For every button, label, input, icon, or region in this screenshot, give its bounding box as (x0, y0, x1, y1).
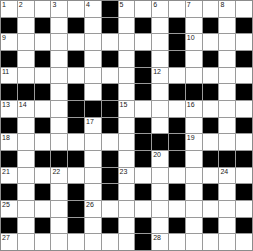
cell-r12c12[interactable] (186, 184, 202, 200)
cell-r14c9 (135, 218, 151, 234)
cell-r10c11 (169, 151, 185, 167)
cell-r1c9[interactable] (135, 1, 151, 17)
cell-r15c11[interactable] (169, 234, 185, 250)
cell-r5c15[interactable] (236, 68, 252, 84)
cell-r7c15[interactable] (236, 101, 252, 117)
cell-r15c1[interactable]: 27 (1, 234, 17, 250)
cell-r6c2 (18, 84, 34, 100)
cell-r8c4[interactable] (51, 118, 67, 134)
cell-r5c12[interactable] (186, 68, 202, 84)
cell-r5c10[interactable]: 12 (152, 68, 168, 84)
cell-r1c13[interactable] (203, 1, 219, 17)
cell-r14c7 (102, 218, 118, 234)
cell-r11c8[interactable]: 23 (119, 168, 135, 184)
cell-r12c14[interactable] (219, 184, 235, 200)
cell-r6c11 (169, 84, 185, 100)
cell-r11c4[interactable]: 22 (51, 168, 67, 184)
cell-r9c9 (135, 134, 151, 150)
cell-r5c2[interactable] (18, 68, 34, 84)
cell-r3c13[interactable] (203, 34, 219, 50)
cell-r15c3[interactable] (35, 234, 51, 250)
cell-r10c6[interactable] (85, 151, 101, 167)
clue-number-2: 2 (19, 1, 23, 9)
cell-r7c3[interactable] (35, 101, 51, 117)
cell-r12c5 (68, 184, 84, 200)
clue-number-8: 8 (220, 1, 224, 9)
cell-r15c7[interactable] (102, 234, 118, 250)
cell-r10c5 (68, 151, 84, 167)
cell-r5c4[interactable] (51, 68, 67, 84)
cell-r8c9 (135, 118, 151, 134)
clue-number-17: 17 (86, 118, 94, 126)
clue-number-23: 23 (120, 168, 128, 176)
cell-r8c1 (1, 118, 17, 134)
clue-number-25: 25 (2, 201, 10, 209)
cell-r7c4[interactable] (51, 101, 67, 117)
cell-r15c14[interactable] (219, 234, 235, 250)
cell-r4c12[interactable] (186, 51, 202, 67)
cell-r6c4[interactable] (51, 84, 67, 100)
cell-r3c12[interactable]: 10 (186, 34, 202, 50)
cell-r10c7 (102, 151, 118, 167)
cell-r11c15[interactable] (236, 168, 252, 184)
cell-r11c11[interactable] (169, 168, 185, 184)
cell-r4c9 (135, 51, 151, 67)
clue-number-3: 3 (52, 1, 56, 9)
cell-r13c13[interactable] (203, 201, 219, 217)
cell-r14c4[interactable] (51, 218, 67, 234)
cell-r1c10[interactable]: 6 (152, 1, 168, 17)
cell-r14c3 (35, 218, 51, 234)
cell-r3c10[interactable] (152, 34, 168, 50)
cell-r9c14[interactable] (219, 134, 235, 150)
clue-number-28: 28 (153, 234, 161, 242)
cell-r8c5 (68, 118, 84, 134)
cell-r3c6[interactable] (85, 34, 101, 50)
cell-r12c10[interactable] (152, 184, 168, 200)
cell-r12c11 (169, 184, 185, 200)
cell-r11c3[interactable] (35, 168, 51, 184)
cell-r12c4[interactable] (51, 184, 67, 200)
cell-r6c1 (1, 84, 17, 100)
cell-r9c4[interactable] (51, 134, 67, 150)
clue-number-4: 4 (86, 1, 90, 9)
cell-r3c4[interactable] (51, 34, 67, 50)
cell-r14c15 (236, 218, 252, 234)
cell-r13c8[interactable] (119, 201, 135, 217)
cell-r8c11 (169, 118, 185, 134)
cell-r6c9 (135, 84, 151, 100)
cell-r9c1[interactable]: 18 (1, 134, 17, 150)
cell-r3c1[interactable]: 9 (1, 34, 17, 50)
cell-r13c12[interactable] (186, 201, 202, 217)
cell-r3c2[interactable] (18, 34, 34, 50)
cell-r12c7 (102, 184, 118, 200)
cell-r13c11[interactable] (169, 201, 185, 217)
cell-r5c3[interactable] (35, 68, 51, 84)
cell-r4c7 (102, 51, 118, 67)
cell-r10c10[interactable]: 20 (152, 151, 168, 167)
clue-number-11: 11 (2, 68, 9, 76)
cell-r7c1[interactable]: 13 (1, 101, 17, 117)
cell-r15c9 (135, 234, 151, 250)
cell-r9c13[interactable] (203, 134, 219, 150)
cell-r2c6[interactable] (85, 18, 101, 34)
cell-r12c3 (35, 184, 51, 200)
cell-r5c8[interactable] (119, 68, 135, 84)
cell-r9c10 (152, 134, 168, 150)
cell-r13c15[interactable] (236, 201, 252, 217)
clue-number-16: 16 (187, 101, 195, 109)
cell-r6c5 (68, 84, 84, 100)
cell-r2c2[interactable] (18, 18, 34, 34)
cell-r12c1 (1, 184, 17, 200)
cell-r5c13[interactable] (203, 68, 219, 84)
cell-r12c6[interactable] (85, 184, 101, 200)
cell-r10c15 (236, 151, 252, 167)
cell-r3c3[interactable] (35, 34, 51, 50)
cell-r8c3 (35, 118, 51, 134)
cell-r7c8[interactable]: 15 (119, 101, 135, 117)
cell-r15c2[interactable] (18, 234, 34, 250)
clue-number-19: 19 (187, 134, 195, 142)
cell-r15c6[interactable] (85, 234, 101, 250)
cell-r13c14[interactable] (219, 201, 235, 217)
cell-r2c9 (135, 18, 151, 34)
cell-r14c8[interactable] (119, 218, 135, 234)
cell-r10c8[interactable] (119, 151, 135, 167)
cell-r10c12[interactable] (186, 151, 202, 167)
cell-r12c2[interactable] (18, 184, 34, 200)
cell-r5c7[interactable] (102, 68, 118, 84)
cell-r5c11[interactable] (169, 68, 185, 84)
cell-r12c15 (236, 184, 252, 200)
cell-r4c3 (35, 51, 51, 67)
cell-r2c10[interactable] (152, 18, 168, 34)
cell-r14c13 (203, 218, 219, 234)
cell-r8c14[interactable] (219, 118, 235, 134)
cell-r5c5[interactable] (68, 68, 84, 84)
cell-r6c6[interactable] (85, 84, 101, 100)
cell-r4c8[interactable] (119, 51, 135, 67)
cell-r2c12[interactable] (186, 18, 202, 34)
cell-r4c11 (169, 51, 185, 67)
cell-r10c14 (219, 151, 235, 167)
cell-r9c15[interactable] (236, 134, 252, 150)
cell-r3c15[interactable] (236, 34, 252, 50)
cell-r2c8[interactable] (119, 18, 135, 34)
cell-r5c1[interactable]: 11 (1, 68, 17, 84)
cell-r5c9 (135, 68, 151, 84)
cell-r14c12[interactable] (186, 218, 202, 234)
cell-r14c2[interactable] (18, 218, 34, 234)
cell-r10c3 (35, 151, 51, 167)
clue-number-21: 21 (2, 168, 10, 176)
cell-r1c5[interactable] (68, 1, 84, 17)
cell-r14c14[interactable] (219, 218, 235, 234)
cell-r2c15 (236, 18, 252, 34)
clue-number-22: 22 (52, 168, 60, 176)
cell-r1c3[interactable] (35, 1, 51, 17)
cell-r7c2[interactable]: 14 (18, 101, 34, 117)
cell-r11c12[interactable] (186, 168, 202, 184)
cell-r1c14[interactable]: 8 (219, 1, 235, 17)
cell-r14c11 (169, 218, 185, 234)
cell-r8c13 (203, 118, 219, 134)
cell-r12c9 (135, 184, 151, 200)
cell-r8c8[interactable] (119, 118, 135, 134)
cell-r1c4[interactable]: 3 (51, 1, 67, 17)
cell-r4c1 (1, 51, 17, 67)
cell-r7c11[interactable] (169, 101, 185, 117)
clue-number-13: 13 (2, 101, 10, 109)
cell-r6c15 (236, 84, 252, 100)
cell-r7c14[interactable] (219, 101, 235, 117)
cell-r7c13[interactable] (203, 101, 219, 117)
cell-r13c2[interactable] (18, 201, 34, 217)
cell-r4c4[interactable] (51, 51, 67, 67)
cell-r11c10[interactable] (152, 168, 168, 184)
cell-r4c2[interactable] (18, 51, 34, 67)
clue-number-20: 20 (153, 151, 161, 159)
clue-number-24: 24 (220, 168, 228, 176)
cell-r2c14[interactable] (219, 18, 235, 34)
cell-r4c13 (203, 51, 219, 67)
cell-r8c2[interactable] (18, 118, 34, 134)
cell-r3c8[interactable] (119, 34, 135, 50)
clue-number-1: 1 (2, 1, 6, 9)
cell-r6c13 (203, 84, 219, 100)
cell-r4c10[interactable] (152, 51, 168, 67)
cell-r13c9[interactable] (135, 201, 151, 217)
clue-number-26: 26 (86, 201, 94, 209)
cell-r8c7 (102, 118, 118, 134)
cell-r15c4[interactable] (51, 234, 67, 250)
cell-r3c14[interactable] (219, 34, 235, 50)
cell-r9c8[interactable] (119, 134, 135, 150)
cell-r1c11[interactable] (169, 1, 185, 17)
cell-r1c8[interactable]: 5 (119, 1, 135, 17)
cell-r7c7 (102, 101, 118, 117)
cell-r11c13[interactable] (203, 168, 219, 184)
cell-r6c14[interactable] (219, 84, 235, 100)
cell-r2c1 (1, 18, 17, 34)
cell-r11c1[interactable]: 21 (1, 168, 17, 184)
cell-r6c3 (35, 84, 51, 100)
cell-r11c2[interactable] (18, 168, 34, 184)
cell-r13c3[interactable] (35, 201, 51, 217)
cell-r14c10[interactable] (152, 218, 168, 234)
cell-r1c1[interactable]: 1 (1, 1, 17, 17)
clue-number-6: 6 (153, 1, 157, 9)
cell-r8c6[interactable]: 17 (85, 118, 101, 134)
cell-r3c11 (169, 34, 185, 50)
cell-r4c15 (236, 51, 252, 67)
cell-r15c10[interactable]: 28 (152, 234, 168, 250)
cell-r7c5 (68, 101, 84, 117)
cell-r11c6[interactable] (85, 168, 101, 184)
cell-r10c2[interactable] (18, 151, 34, 167)
cell-r15c13[interactable] (203, 234, 219, 250)
cell-r9c11 (169, 134, 185, 150)
clue-number-18: 18 (2, 134, 10, 142)
cell-r1c12[interactable]: 7 (186, 1, 202, 17)
cell-r4c5 (68, 51, 84, 67)
cell-r10c1 (1, 151, 17, 167)
cell-r11c14[interactable]: 24 (219, 168, 235, 184)
cell-r9c5[interactable] (68, 134, 84, 150)
cell-r13c4[interactable] (51, 201, 67, 217)
clue-number-12: 12 (153, 68, 161, 76)
cell-r13c7[interactable] (102, 201, 118, 217)
cell-r3c5[interactable] (68, 34, 84, 50)
cell-r1c2[interactable]: 2 (18, 1, 34, 17)
cell-r9c3[interactable] (35, 134, 51, 150)
cell-r6c8[interactable] (119, 84, 135, 100)
cell-r2c13 (203, 18, 219, 34)
cell-r9c2[interactable] (18, 134, 34, 150)
cell-r12c8[interactable] (119, 184, 135, 200)
cell-r9c7[interactable] (102, 134, 118, 150)
cell-r15c15[interactable] (236, 234, 252, 250)
cell-r2c11 (169, 18, 185, 34)
cell-r8c10[interactable] (152, 118, 168, 134)
cell-r6c10[interactable] (152, 84, 168, 100)
cell-r13c6[interactable]: 26 (85, 201, 101, 217)
cell-r7c9[interactable] (135, 101, 151, 117)
cell-r10c13 (203, 151, 219, 167)
cell-r11c5[interactable] (68, 168, 84, 184)
clue-number-7: 7 (187, 1, 191, 9)
cell-r10c9 (135, 151, 151, 167)
clue-number-15: 15 (120, 101, 128, 109)
cell-r11c9[interactable] (135, 168, 151, 184)
cell-r2c3 (35, 18, 51, 34)
cell-r7c12[interactable]: 16 (186, 101, 202, 117)
cell-r6c12 (186, 84, 202, 100)
cell-r12c13 (203, 184, 219, 200)
cell-r2c5 (68, 18, 84, 34)
clue-number-5: 5 (120, 1, 124, 9)
cell-r5c6[interactable] (85, 68, 101, 84)
cell-r15c5[interactable] (68, 234, 84, 250)
cell-r9c6[interactable] (85, 134, 101, 150)
cell-r13c5 (68, 201, 84, 217)
cell-r6c7 (102, 84, 118, 100)
cell-r11c7 (102, 168, 118, 184)
crossword-grid: 1234567891011121314151617181920212223242… (0, 0, 253, 251)
cell-r2c7 (102, 18, 118, 34)
cell-r7c10[interactable] (152, 101, 168, 117)
clue-number-14: 14 (19, 101, 27, 109)
cell-r10c4 (51, 151, 67, 167)
cell-r14c1 (1, 218, 17, 234)
cell-r7c6 (85, 101, 101, 117)
clue-number-27: 27 (2, 234, 10, 242)
cell-r4c14[interactable] (219, 51, 235, 67)
cell-r15c12[interactable] (186, 234, 202, 250)
cell-r14c5 (68, 218, 84, 234)
cell-r1c6[interactable]: 4 (85, 1, 101, 17)
cell-r14c6[interactable] (85, 218, 101, 234)
clue-number-9: 9 (2, 34, 6, 42)
cell-r13c1[interactable]: 25 (1, 201, 17, 217)
cell-r3c9[interactable] (135, 34, 151, 50)
cell-r9c12[interactable]: 19 (186, 134, 202, 150)
cell-r15c8[interactable] (119, 234, 135, 250)
cell-r1c15[interactable] (236, 1, 252, 17)
cell-r13c10[interactable] (152, 201, 168, 217)
clue-number-10: 10 (187, 34, 195, 42)
cell-r3c7[interactable] (102, 34, 118, 50)
cell-r1c7 (102, 1, 118, 17)
cell-r5c14[interactable] (219, 68, 235, 84)
cell-r8c15 (236, 118, 252, 134)
cell-r4c6[interactable] (85, 51, 101, 67)
cell-r2c4[interactable] (51, 18, 67, 34)
cell-r8c12[interactable] (186, 118, 202, 134)
